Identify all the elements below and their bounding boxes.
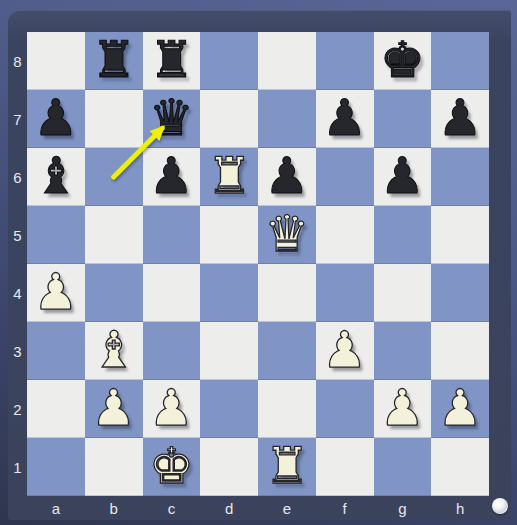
piece-white-rook[interactable]: ♜ xyxy=(264,441,309,491)
square-a2[interactable] xyxy=(27,380,85,438)
rank-labels: 87654321 xyxy=(8,32,27,496)
rank-label-4: 4 xyxy=(8,264,27,322)
square-f8[interactable] xyxy=(316,32,374,90)
square-d4[interactable] xyxy=(200,264,258,322)
piece-black-pawn[interactable]: ♟ xyxy=(438,93,483,143)
square-h3[interactable] xyxy=(431,322,489,380)
piece-white-pawn[interactable]: ♟ xyxy=(438,383,483,433)
square-g8[interactable]: ♚ xyxy=(374,32,432,90)
square-c6[interactable]: ♟ xyxy=(143,148,201,206)
piece-black-queen[interactable]: ♛ xyxy=(149,93,194,143)
square-e4[interactable] xyxy=(258,264,316,322)
square-d3[interactable] xyxy=(200,322,258,380)
square-c4[interactable] xyxy=(143,264,201,322)
square-b4[interactable] xyxy=(85,264,143,322)
square-h1[interactable] xyxy=(431,438,489,496)
square-e3[interactable] xyxy=(258,322,316,380)
square-h2[interactable]: ♟ xyxy=(431,380,489,438)
square-g1[interactable] xyxy=(374,438,432,496)
square-f3[interactable]: ♟ xyxy=(316,322,374,380)
piece-white-pawn[interactable]: ♟ xyxy=(91,383,136,433)
square-c5[interactable] xyxy=(143,206,201,264)
square-f5[interactable] xyxy=(316,206,374,264)
square-e7[interactable] xyxy=(258,90,316,148)
square-g5[interactable] xyxy=(374,206,432,264)
square-b2[interactable]: ♟ xyxy=(85,380,143,438)
side-to-move-indicator xyxy=(492,498,508,514)
square-f2[interactable] xyxy=(316,380,374,438)
rank-label-3: 3 xyxy=(8,322,27,380)
square-a3[interactable] xyxy=(27,322,85,380)
square-g2[interactable]: ♟ xyxy=(374,380,432,438)
square-d2[interactable] xyxy=(200,380,258,438)
square-g7[interactable] xyxy=(374,90,432,148)
square-b6[interactable] xyxy=(85,148,143,206)
piece-black-pawn[interactable]: ♟ xyxy=(149,151,194,201)
piece-white-queen[interactable]: ♛ xyxy=(264,209,309,259)
rank-label-2: 2 xyxy=(8,380,27,438)
square-e5[interactable]: ♛ xyxy=(258,206,316,264)
piece-black-pawn[interactable]: ♟ xyxy=(380,151,425,201)
piece-black-pawn[interactable]: ♟ xyxy=(322,93,367,143)
file-label-a: a xyxy=(27,496,85,520)
square-a8[interactable] xyxy=(27,32,85,90)
square-b8[interactable]: ♜ xyxy=(85,32,143,90)
chess-app-window: 87654321 ♜♜♚♟♛♟♟♝♟♜♟♟♛♟♝♟♟♟♟♟♚♜ abcdefgh xyxy=(0,0,517,525)
square-g3[interactable] xyxy=(374,322,432,380)
square-b3[interactable]: ♝ xyxy=(85,322,143,380)
rank-label-7: 7 xyxy=(8,90,27,148)
piece-white-pawn[interactable]: ♟ xyxy=(149,383,194,433)
piece-black-rook[interactable]: ♜ xyxy=(91,35,136,85)
square-f6[interactable] xyxy=(316,148,374,206)
square-a1[interactable] xyxy=(27,438,85,496)
rank-label-8: 8 xyxy=(8,32,27,90)
square-a4[interactable]: ♟ xyxy=(27,264,85,322)
file-label-d: d xyxy=(200,496,258,520)
square-e6[interactable]: ♟ xyxy=(258,148,316,206)
square-h5[interactable] xyxy=(431,206,489,264)
square-g6[interactable]: ♟ xyxy=(374,148,432,206)
square-e2[interactable] xyxy=(258,380,316,438)
square-c8[interactable]: ♜ xyxy=(143,32,201,90)
square-f7[interactable]: ♟ xyxy=(316,90,374,148)
square-e8[interactable] xyxy=(258,32,316,90)
piece-white-rook[interactable]: ♜ xyxy=(207,151,252,201)
square-a7[interactable]: ♟ xyxy=(27,90,85,148)
square-c3[interactable] xyxy=(143,322,201,380)
board: ♜♜♚♟♛♟♟♝♟♜♟♟♛♟♝♟♟♟♟♟♚♜ xyxy=(27,32,489,496)
piece-white-pawn[interactable]: ♟ xyxy=(33,267,78,317)
piece-black-king[interactable]: ♚ xyxy=(380,35,425,85)
square-a5[interactable] xyxy=(27,206,85,264)
piece-white-bishop[interactable]: ♝ xyxy=(91,325,136,375)
square-f4[interactable] xyxy=(316,264,374,322)
file-labels: abcdefgh xyxy=(27,496,489,520)
square-b1[interactable] xyxy=(85,438,143,496)
piece-black-rook[interactable]: ♜ xyxy=(149,35,194,85)
square-b5[interactable] xyxy=(85,206,143,264)
square-d1[interactable] xyxy=(200,438,258,496)
piece-black-bishop[interactable]: ♝ xyxy=(33,151,78,201)
square-a6[interactable]: ♝ xyxy=(27,148,85,206)
square-c7[interactable]: ♛ xyxy=(143,90,201,148)
square-c2[interactable]: ♟ xyxy=(143,380,201,438)
file-label-g: g xyxy=(374,496,432,520)
file-label-e: e xyxy=(258,496,316,520)
square-g4[interactable] xyxy=(374,264,432,322)
square-d8[interactable] xyxy=(200,32,258,90)
square-e1[interactable]: ♜ xyxy=(258,438,316,496)
square-h7[interactable]: ♟ xyxy=(431,90,489,148)
square-d5[interactable] xyxy=(200,206,258,264)
square-d6[interactable]: ♜ xyxy=(200,148,258,206)
piece-white-king[interactable]: ♚ xyxy=(149,441,194,491)
rank-label-1: 1 xyxy=(8,438,27,496)
square-c1[interactable]: ♚ xyxy=(143,438,201,496)
piece-white-pawn[interactable]: ♟ xyxy=(380,383,425,433)
square-h6[interactable] xyxy=(431,148,489,206)
file-label-f: f xyxy=(316,496,374,520)
square-b7[interactable] xyxy=(85,90,143,148)
rank-label-6: 6 xyxy=(8,148,27,206)
square-h8[interactable] xyxy=(431,32,489,90)
file-label-b: b xyxy=(85,496,143,520)
square-d7[interactable] xyxy=(200,90,258,148)
piece-white-pawn[interactable]: ♟ xyxy=(322,325,367,375)
square-h4[interactable] xyxy=(431,264,489,322)
file-label-c: c xyxy=(143,496,201,520)
file-label-h: h xyxy=(431,496,489,520)
piece-black-pawn[interactable]: ♟ xyxy=(264,151,309,201)
square-f1[interactable] xyxy=(316,438,374,496)
rank-label-5: 5 xyxy=(8,206,27,264)
piece-black-pawn[interactable]: ♟ xyxy=(33,93,78,143)
